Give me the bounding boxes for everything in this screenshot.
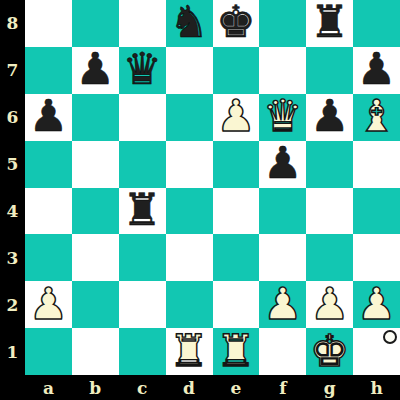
piece-black-pawn[interactable]: ♟ bbox=[29, 94, 68, 138]
white-to-move-indicator bbox=[383, 330, 397, 344]
rank-label-6: 6 bbox=[0, 94, 25, 141]
square-a4[interactable] bbox=[25, 188, 72, 235]
square-a5[interactable] bbox=[25, 141, 72, 188]
square-d2[interactable] bbox=[166, 281, 213, 328]
square-h6[interactable]: ♝ bbox=[353, 94, 400, 141]
square-d6[interactable] bbox=[166, 94, 213, 141]
square-c4[interactable]: ♜ bbox=[119, 188, 166, 235]
square-g5[interactable] bbox=[306, 141, 353, 188]
square-d5[interactable] bbox=[166, 141, 213, 188]
rank-label-3: 3 bbox=[0, 234, 25, 281]
square-b2[interactable] bbox=[72, 281, 119, 328]
square-d4[interactable] bbox=[166, 188, 213, 235]
square-b7[interactable]: ♟ bbox=[72, 47, 119, 94]
file-label-c: c bbox=[119, 375, 166, 400]
piece-white-pawn[interactable]: ♟ bbox=[216, 94, 255, 138]
square-e8[interactable]: ♚ bbox=[213, 0, 260, 47]
square-e7[interactable] bbox=[213, 47, 260, 94]
square-f3[interactable] bbox=[259, 234, 306, 281]
piece-white-rook[interactable]: ♜ bbox=[169, 329, 208, 373]
square-d7[interactable] bbox=[166, 47, 213, 94]
square-a8[interactable] bbox=[25, 0, 72, 47]
square-g7[interactable] bbox=[306, 47, 353, 94]
board-frame: 87654321 ♞♚♜♟♛♟♟♟♛♟♝♟♜♟♟♟♟♜♜♚ abcdefgh bbox=[0, 0, 400, 400]
piece-black-pawn[interactable]: ♟ bbox=[76, 47, 115, 91]
square-f2[interactable]: ♟ bbox=[259, 281, 306, 328]
square-a3[interactable] bbox=[25, 234, 72, 281]
square-g1[interactable]: ♚ bbox=[306, 328, 353, 375]
piece-white-pawn[interactable]: ♟ bbox=[263, 282, 302, 326]
file-label-f: f bbox=[259, 375, 306, 400]
piece-white-rook[interactable]: ♜ bbox=[216, 329, 255, 373]
square-g4[interactable] bbox=[306, 188, 353, 235]
square-f6[interactable]: ♛ bbox=[259, 94, 306, 141]
piece-white-king[interactable]: ♚ bbox=[310, 329, 349, 373]
square-b8[interactable] bbox=[72, 0, 119, 47]
piece-black-pawn[interactable]: ♟ bbox=[263, 141, 302, 185]
rank-label-5: 5 bbox=[0, 141, 25, 188]
square-c8[interactable] bbox=[119, 0, 166, 47]
square-f8[interactable] bbox=[259, 0, 306, 47]
piece-black-rook[interactable]: ♜ bbox=[310, 0, 349, 44]
square-d8[interactable]: ♞ bbox=[166, 0, 213, 47]
file-label-d: d bbox=[166, 375, 213, 400]
square-h3[interactable] bbox=[353, 234, 400, 281]
rank-label-7: 7 bbox=[0, 47, 25, 94]
square-e1[interactable]: ♜ bbox=[213, 328, 260, 375]
piece-white-pawn[interactable]: ♟ bbox=[357, 282, 396, 326]
square-d1[interactable]: ♜ bbox=[166, 328, 213, 375]
square-c7[interactable]: ♛ bbox=[119, 47, 166, 94]
square-g3[interactable] bbox=[306, 234, 353, 281]
square-f4[interactable] bbox=[259, 188, 306, 235]
square-a6[interactable]: ♟ bbox=[25, 94, 72, 141]
file-label-g: g bbox=[306, 375, 353, 400]
piece-black-pawn[interactable]: ♟ bbox=[357, 47, 396, 91]
square-e6[interactable]: ♟ bbox=[213, 94, 260, 141]
square-c6[interactable] bbox=[119, 94, 166, 141]
square-d3[interactable] bbox=[166, 234, 213, 281]
file-label-e: e bbox=[213, 375, 260, 400]
square-h4[interactable] bbox=[353, 188, 400, 235]
rank-labels: 87654321 bbox=[0, 0, 25, 375]
square-b4[interactable] bbox=[72, 188, 119, 235]
piece-white-queen[interactable]: ♛ bbox=[263, 94, 302, 138]
chess-board[interactable]: ♞♚♜♟♛♟♟♟♛♟♝♟♜♟♟♟♟♜♜♚ bbox=[25, 0, 400, 375]
square-g6[interactable]: ♟ bbox=[306, 94, 353, 141]
rank-label-1: 1 bbox=[0, 328, 25, 375]
square-g8[interactable]: ♜ bbox=[306, 0, 353, 47]
file-label-h: h bbox=[353, 375, 400, 400]
piece-black-knight[interactable]: ♞ bbox=[169, 0, 208, 44]
piece-black-king[interactable]: ♚ bbox=[216, 0, 255, 44]
square-c3[interactable] bbox=[119, 234, 166, 281]
square-b1[interactable] bbox=[72, 328, 119, 375]
square-h5[interactable] bbox=[353, 141, 400, 188]
square-h7[interactable]: ♟ bbox=[353, 47, 400, 94]
square-g2[interactable]: ♟ bbox=[306, 281, 353, 328]
square-e5[interactable] bbox=[213, 141, 260, 188]
square-c2[interactable] bbox=[119, 281, 166, 328]
square-e3[interactable] bbox=[213, 234, 260, 281]
square-c1[interactable] bbox=[119, 328, 166, 375]
piece-black-queen[interactable]: ♛ bbox=[122, 47, 161, 91]
square-b5[interactable] bbox=[72, 141, 119, 188]
square-a1[interactable] bbox=[25, 328, 72, 375]
square-c5[interactable] bbox=[119, 141, 166, 188]
square-a7[interactable] bbox=[25, 47, 72, 94]
square-h2[interactable]: ♟ bbox=[353, 281, 400, 328]
square-e2[interactable] bbox=[213, 281, 260, 328]
file-label-a: a bbox=[25, 375, 72, 400]
square-f7[interactable] bbox=[259, 47, 306, 94]
rank-label-4: 4 bbox=[0, 188, 25, 235]
square-b3[interactable] bbox=[72, 234, 119, 281]
square-f5[interactable]: ♟ bbox=[259, 141, 306, 188]
piece-black-pawn[interactable]: ♟ bbox=[310, 94, 349, 138]
square-h8[interactable] bbox=[353, 0, 400, 47]
square-b6[interactable] bbox=[72, 94, 119, 141]
piece-white-bishop[interactable]: ♝ bbox=[357, 94, 396, 138]
piece-white-pawn[interactable]: ♟ bbox=[29, 282, 68, 326]
square-f1[interactable] bbox=[259, 328, 306, 375]
piece-white-pawn[interactable]: ♟ bbox=[310, 282, 349, 326]
square-e4[interactable] bbox=[213, 188, 260, 235]
rank-label-8: 8 bbox=[0, 0, 25, 47]
file-label-b: b bbox=[72, 375, 119, 400]
square-a2[interactable]: ♟ bbox=[25, 281, 72, 328]
piece-black-rook[interactable]: ♜ bbox=[122, 188, 161, 232]
file-labels: abcdefgh bbox=[25, 375, 400, 400]
rank-label-2: 2 bbox=[0, 281, 25, 328]
